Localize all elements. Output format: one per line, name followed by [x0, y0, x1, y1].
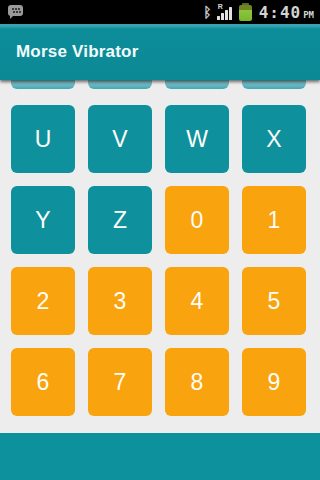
key-X[interactable]: X: [242, 105, 306, 173]
partial-key[interactable]: [88, 80, 152, 89]
key-8[interactable]: 8: [165, 348, 229, 416]
clock-meridiem: PM: [303, 10, 314, 20]
key-3[interactable]: 3: [88, 267, 152, 335]
key-U[interactable]: U: [11, 105, 75, 173]
key-5[interactable]: 5: [242, 267, 306, 335]
bottom-teal-bar: [0, 433, 320, 480]
signal-strength-icon: R: [217, 4, 234, 21]
key-4[interactable]: 4: [165, 267, 229, 335]
battery-icon: [239, 3, 252, 21]
clock-time: 4:40: [259, 3, 302, 22]
key-2[interactable]: 2: [11, 267, 75, 335]
app-title: Morse Vibrator: [16, 42, 138, 62]
partial-key[interactable]: [165, 80, 229, 89]
key-W[interactable]: W: [165, 105, 229, 173]
keypad-scroll-area[interactable]: U V W X Y Z 0 1 2 3 4 5 6 7 8 9: [0, 80, 320, 433]
status-bar: ᛒ R 4:40 PM: [0, 0, 320, 24]
phone-screen: ᛒ R 4:40 PM Morse Vibrator: [0, 0, 320, 480]
messenger-notification-icon: [8, 4, 24, 20]
key-0[interactable]: 0: [165, 186, 229, 254]
morse-keypad-grid: U V W X Y Z 0 1 2 3 4 5 6 7 8 9: [11, 105, 306, 416]
key-1[interactable]: 1: [242, 186, 306, 254]
key-V[interactable]: V: [88, 105, 152, 173]
key-6[interactable]: 6: [11, 348, 75, 416]
partial-key[interactable]: [242, 80, 306, 89]
key-Y[interactable]: Y: [11, 186, 75, 254]
partial-key-row: [11, 80, 306, 89]
key-Z[interactable]: Z: [88, 186, 152, 254]
partial-key[interactable]: [11, 80, 75, 89]
title-bar: Morse Vibrator: [0, 24, 320, 80]
bluetooth-icon: ᛒ: [203, 5, 211, 19]
key-7[interactable]: 7: [88, 348, 152, 416]
key-9[interactable]: 9: [242, 348, 306, 416]
status-clock: 4:40 PM: [259, 3, 314, 22]
